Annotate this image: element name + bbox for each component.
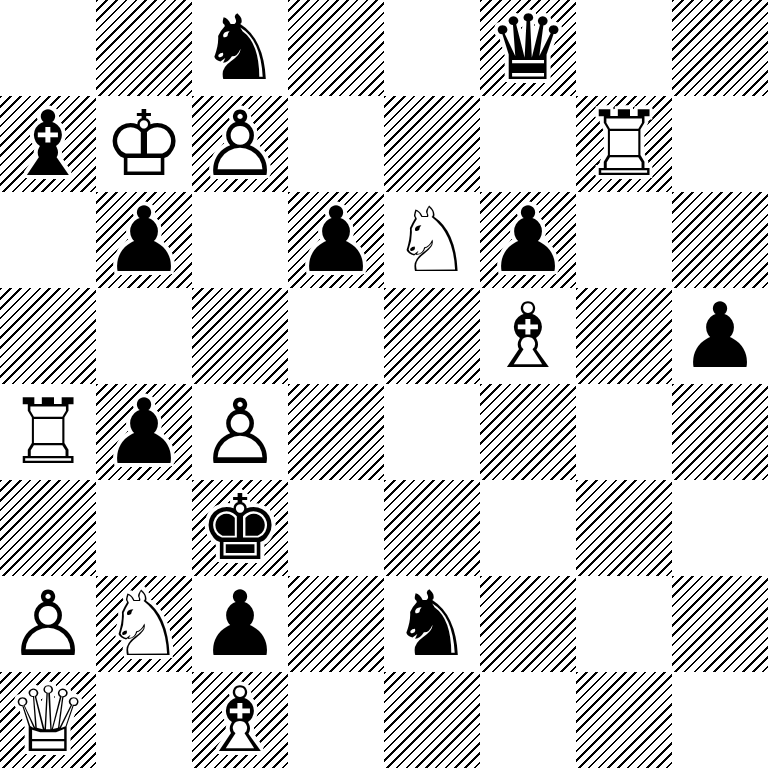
square-h4[interactable] bbox=[672, 384, 768, 480]
square-f5[interactable]: ♝♗ bbox=[480, 288, 576, 384]
white-bishop-icon: ♗ bbox=[488, 288, 569, 384]
square-d2[interactable] bbox=[288, 576, 384, 672]
square-f7[interactable] bbox=[480, 96, 576, 192]
square-e5[interactable] bbox=[384, 288, 480, 384]
black-pawn-icon: ♟ bbox=[296, 192, 377, 288]
white-queen-icon: ♕ bbox=[8, 672, 89, 768]
white-bishop-icon: ♗ bbox=[200, 672, 281, 768]
square-g5[interactable] bbox=[576, 288, 672, 384]
square-d1[interactable] bbox=[288, 672, 384, 768]
square-c1[interactable]: ♝♗ bbox=[192, 672, 288, 768]
square-b4[interactable]: ♟♟ bbox=[96, 384, 192, 480]
square-b5[interactable] bbox=[96, 288, 192, 384]
white-knight[interactable]: ♞♘ bbox=[384, 192, 480, 288]
black-knight[interactable]: ♞♞ bbox=[192, 0, 288, 96]
white-queen[interactable]: ♛♕ bbox=[0, 672, 96, 768]
black-queen[interactable]: ♛♛ bbox=[480, 0, 576, 96]
white-rook[interactable]: ♜♖ bbox=[576, 96, 672, 192]
white-pawn[interactable]: ♟♙ bbox=[192, 384, 288, 480]
square-h1[interactable] bbox=[672, 672, 768, 768]
black-pawn[interactable]: ♟♟ bbox=[96, 384, 192, 480]
square-e2[interactable]: ♞♞ bbox=[384, 576, 480, 672]
square-d3[interactable] bbox=[288, 480, 384, 576]
square-h2[interactable] bbox=[672, 576, 768, 672]
white-pawn[interactable]: ♟♙ bbox=[0, 576, 96, 672]
white-pawn-icon: ♙ bbox=[200, 384, 281, 480]
square-d5[interactable] bbox=[288, 288, 384, 384]
square-h6[interactable] bbox=[672, 192, 768, 288]
square-h8[interactable] bbox=[672, 0, 768, 96]
square-g4[interactable] bbox=[576, 384, 672, 480]
square-a2[interactable]: ♟♙ bbox=[0, 576, 96, 672]
black-king[interactable]: ♚♚ bbox=[192, 480, 288, 576]
square-a4[interactable]: ♜♖ bbox=[0, 384, 96, 480]
white-rook-icon: ♖ bbox=[8, 384, 89, 480]
square-e1[interactable] bbox=[384, 672, 480, 768]
square-c5[interactable] bbox=[192, 288, 288, 384]
black-bishop-icon: ♝ bbox=[8, 96, 89, 192]
black-pawn-icon: ♟ bbox=[680, 288, 761, 384]
square-e7[interactable] bbox=[384, 96, 480, 192]
black-pawn[interactable]: ♟♟ bbox=[96, 192, 192, 288]
square-e4[interactable] bbox=[384, 384, 480, 480]
square-a1[interactable]: ♛♕ bbox=[0, 672, 96, 768]
square-c3[interactable]: ♚♚ bbox=[192, 480, 288, 576]
black-pawn-icon: ♟ bbox=[104, 384, 185, 480]
square-h3[interactable] bbox=[672, 480, 768, 576]
white-pawn-icon: ♙ bbox=[200, 96, 281, 192]
black-pawn-icon: ♟ bbox=[104, 192, 185, 288]
square-b1[interactable] bbox=[96, 672, 192, 768]
black-knight-icon: ♞ bbox=[392, 576, 473, 672]
black-knight[interactable]: ♞♞ bbox=[384, 576, 480, 672]
square-b6[interactable]: ♟♟ bbox=[96, 192, 192, 288]
square-g2[interactable] bbox=[576, 576, 672, 672]
square-g7[interactable]: ♜♖ bbox=[576, 96, 672, 192]
square-h5[interactable]: ♟♟ bbox=[672, 288, 768, 384]
square-b2[interactable]: ♞♘ bbox=[96, 576, 192, 672]
white-knight[interactable]: ♞♘ bbox=[96, 576, 192, 672]
white-king-icon: ♔ bbox=[104, 96, 185, 192]
white-rook-icon: ♖ bbox=[584, 96, 665, 192]
white-knight-icon: ♘ bbox=[104, 576, 185, 672]
square-a5[interactable] bbox=[0, 288, 96, 384]
square-b7[interactable]: ♚♔ bbox=[96, 96, 192, 192]
square-a3[interactable] bbox=[0, 480, 96, 576]
black-pawn[interactable]: ♟♟ bbox=[192, 576, 288, 672]
square-d7[interactable] bbox=[288, 96, 384, 192]
square-d8[interactable] bbox=[288, 0, 384, 96]
square-g8[interactable] bbox=[576, 0, 672, 96]
black-pawn-icon: ♟ bbox=[200, 576, 281, 672]
square-h7[interactable] bbox=[672, 96, 768, 192]
black-pawn[interactable]: ♟♟ bbox=[672, 288, 768, 384]
black-knight-icon: ♞ bbox=[200, 0, 281, 96]
square-e3[interactable] bbox=[384, 480, 480, 576]
square-c7[interactable]: ♟♙ bbox=[192, 96, 288, 192]
square-b8[interactable] bbox=[96, 0, 192, 96]
square-a6[interactable] bbox=[0, 192, 96, 288]
square-c4[interactable]: ♟♙ bbox=[192, 384, 288, 480]
square-g3[interactable] bbox=[576, 480, 672, 576]
white-bishop[interactable]: ♝♗ bbox=[480, 288, 576, 384]
square-d4[interactable] bbox=[288, 384, 384, 480]
square-c6[interactable] bbox=[192, 192, 288, 288]
black-queen-icon: ♛ bbox=[488, 0, 569, 96]
square-d6[interactable]: ♟♟ bbox=[288, 192, 384, 288]
square-f6[interactable]: ♟♟ bbox=[480, 192, 576, 288]
white-pawn[interactable]: ♟♙ bbox=[192, 96, 288, 192]
square-e8[interactable] bbox=[384, 0, 480, 96]
square-f8[interactable]: ♛♛ bbox=[480, 0, 576, 96]
square-e6[interactable]: ♞♘ bbox=[384, 192, 480, 288]
square-a8[interactable] bbox=[0, 0, 96, 96]
chess-board: ♞♞♛♛♝♝♚♔♟♙♜♖♟♟♟♟♞♘♟♟♝♗♟♟♜♖♟♟♟♙♚♚♟♙♞♘♟♟♞♞… bbox=[0, 0, 768, 768]
black-pawn[interactable]: ♟♟ bbox=[480, 192, 576, 288]
square-g6[interactable] bbox=[576, 192, 672, 288]
white-rook[interactable]: ♜♖ bbox=[0, 384, 96, 480]
square-c2[interactable]: ♟♟ bbox=[192, 576, 288, 672]
square-f4[interactable] bbox=[480, 384, 576, 480]
black-pawn[interactable]: ♟♟ bbox=[288, 192, 384, 288]
square-c8[interactable]: ♞♞ bbox=[192, 0, 288, 96]
white-knight-icon: ♘ bbox=[392, 192, 473, 288]
white-pawn-icon: ♙ bbox=[8, 576, 89, 672]
white-bishop[interactable]: ♝♗ bbox=[192, 672, 288, 768]
square-g1[interactable] bbox=[576, 672, 672, 768]
square-a7[interactable]: ♝♝ bbox=[0, 96, 96, 192]
square-f1[interactable] bbox=[480, 672, 576, 768]
black-king-icon: ♚ bbox=[200, 480, 281, 576]
white-king[interactable]: ♚♔ bbox=[96, 96, 192, 192]
square-b3[interactable] bbox=[96, 480, 192, 576]
square-f2[interactable] bbox=[480, 576, 576, 672]
square-f3[interactable] bbox=[480, 480, 576, 576]
black-bishop[interactable]: ♝♝ bbox=[0, 96, 96, 192]
black-pawn-icon: ♟ bbox=[488, 192, 569, 288]
